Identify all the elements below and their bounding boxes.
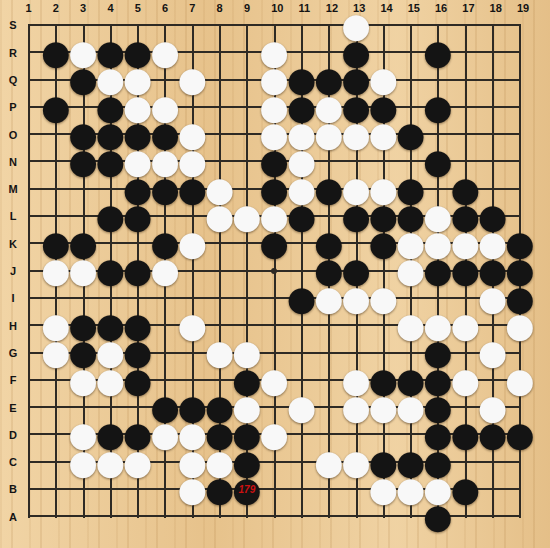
intersection-4-J[interactable]: ● xyxy=(97,257,124,284)
intersection-17-L[interactable]: ● xyxy=(452,203,479,230)
intersection-16-I[interactable] xyxy=(424,285,451,312)
intersection-13-P[interactable]: ● xyxy=(342,94,369,121)
intersection-7-E[interactable]: ● xyxy=(179,394,206,421)
intersection-3-H[interactable]: ● xyxy=(69,312,96,339)
intersection-9-Q[interactable] xyxy=(233,66,260,93)
intersection-15-M[interactable]: ● xyxy=(397,175,424,202)
intersection-13-B[interactable] xyxy=(342,476,369,503)
intersection-4-K[interactable] xyxy=(97,230,124,257)
intersection-3-I[interactable] xyxy=(69,285,96,312)
intersection-6-A[interactable] xyxy=(151,503,178,530)
intersection-5-K[interactable] xyxy=(124,230,151,257)
intersection-14-M[interactable]: ● xyxy=(370,175,397,202)
intersection-4-F[interactable]: ● xyxy=(97,367,124,394)
intersection-18-R[interactable] xyxy=(479,39,506,66)
intersection-5-L[interactable]: ● xyxy=(124,203,151,230)
intersection-9-J[interactable] xyxy=(233,257,260,284)
intersection-15-N[interactable] xyxy=(397,148,424,175)
intersection-5-Q[interactable]: ● xyxy=(124,66,151,93)
intersection-8-B[interactable]: ● xyxy=(206,476,233,503)
intersection-1-R[interactable] xyxy=(15,39,42,66)
intersection-8-D[interactable]: ● xyxy=(206,421,233,448)
intersection-3-D[interactable]: ● xyxy=(69,421,96,448)
intersection-8-I[interactable] xyxy=(206,285,233,312)
intersection-15-L[interactable]: ● xyxy=(397,203,424,230)
intersection-14-H[interactable] xyxy=(370,312,397,339)
intersection-13-K[interactable] xyxy=(342,230,369,257)
intersection-13-N[interactable] xyxy=(342,148,369,175)
intersection-14-D[interactable] xyxy=(370,421,397,448)
intersection-19-L[interactable] xyxy=(506,203,533,230)
intersection-17-G[interactable] xyxy=(452,339,479,366)
intersection-11-L[interactable]: ● xyxy=(288,203,315,230)
intersection-19-J[interactable]: ● xyxy=(506,257,533,284)
intersection-7-D[interactable]: ● xyxy=(179,421,206,448)
intersection-12-F[interactable] xyxy=(315,367,342,394)
intersection-17-R[interactable] xyxy=(452,39,479,66)
intersection-16-N[interactable]: ● xyxy=(424,148,451,175)
intersection-7-J[interactable] xyxy=(179,257,206,284)
intersection-8-L[interactable]: ● xyxy=(206,203,233,230)
intersection-4-A[interactable] xyxy=(97,503,124,530)
intersection-10-H[interactable] xyxy=(261,312,288,339)
intersection-1-C[interactable] xyxy=(15,448,42,475)
intersection-7-Q[interactable]: ● xyxy=(179,66,206,93)
intersection-18-C[interactable] xyxy=(479,448,506,475)
intersection-6-P[interactable]: ● xyxy=(151,94,178,121)
intersection-2-I[interactable] xyxy=(42,285,69,312)
intersection-16-B[interactable]: ● xyxy=(424,476,451,503)
intersection-7-L[interactable] xyxy=(179,203,206,230)
intersection-10-B[interactable] xyxy=(261,476,288,503)
intersection-1-N[interactable] xyxy=(15,148,42,175)
intersection-18-H[interactable] xyxy=(479,312,506,339)
intersection-13-L[interactable]: ● xyxy=(342,203,369,230)
intersection-6-G[interactable] xyxy=(151,339,178,366)
intersection-14-P[interactable]: ● xyxy=(370,94,397,121)
intersection-1-Q[interactable] xyxy=(15,66,42,93)
intersection-11-H[interactable] xyxy=(288,312,315,339)
intersection-19-A[interactable] xyxy=(506,503,533,530)
intersection-10-C[interactable] xyxy=(261,448,288,475)
intersection-1-F[interactable] xyxy=(15,367,42,394)
intersection-2-J[interactable]: ● xyxy=(42,257,69,284)
intersection-12-H[interactable] xyxy=(315,312,342,339)
intersection-19-N[interactable] xyxy=(506,148,533,175)
intersection-18-O[interactable] xyxy=(479,121,506,148)
intersection-11-C[interactable] xyxy=(288,448,315,475)
intersection-14-E[interactable]: ● xyxy=(370,394,397,421)
intersection-13-D[interactable] xyxy=(342,421,369,448)
intersection-2-K[interactable]: ● xyxy=(42,230,69,257)
intersection-8-N[interactable] xyxy=(206,148,233,175)
intersection-19-I[interactable]: ● xyxy=(506,285,533,312)
intersection-5-O[interactable]: ● xyxy=(124,121,151,148)
intersection-13-M[interactable]: ● xyxy=(342,175,369,202)
intersection-17-S[interactable] xyxy=(452,12,479,39)
intersection-6-L[interactable] xyxy=(151,203,178,230)
intersection-16-H[interactable]: ● xyxy=(424,312,451,339)
intersection-15-K[interactable]: ● xyxy=(397,230,424,257)
intersection-14-J[interactable] xyxy=(370,257,397,284)
intersection-9-F[interactable]: ● xyxy=(233,367,260,394)
intersection-7-O[interactable]: ● xyxy=(179,121,206,148)
intersection-19-M[interactable] xyxy=(506,175,533,202)
intersection-2-B[interactable] xyxy=(42,476,69,503)
intersection-11-S[interactable] xyxy=(288,12,315,39)
intersection-16-P[interactable]: ● xyxy=(424,94,451,121)
intersection-4-G[interactable]: ● xyxy=(97,339,124,366)
intersection-10-A[interactable] xyxy=(261,503,288,530)
intersection-17-Q[interactable] xyxy=(452,66,479,93)
intersection-13-R[interactable]: ● xyxy=(342,39,369,66)
intersection-2-N[interactable] xyxy=(42,148,69,175)
intersection-7-S[interactable] xyxy=(179,12,206,39)
intersection-18-D[interactable]: ● xyxy=(479,421,506,448)
intersection-2-P[interactable]: ● xyxy=(42,94,69,121)
intersection-12-Q[interactable]: ● xyxy=(315,66,342,93)
intersection-18-J[interactable]: ● xyxy=(479,257,506,284)
intersection-12-C[interactable]: ● xyxy=(315,448,342,475)
intersection-1-H[interactable] xyxy=(15,312,42,339)
intersection-17-K[interactable]: ● xyxy=(452,230,479,257)
intersection-12-N[interactable] xyxy=(315,148,342,175)
intersection-13-C[interactable]: ● xyxy=(342,448,369,475)
intersection-7-A[interactable] xyxy=(179,503,206,530)
intersection-2-A[interactable] xyxy=(42,503,69,530)
intersection-11-I[interactable]: ● xyxy=(288,285,315,312)
intersection-3-J[interactable]: ● xyxy=(69,257,96,284)
intersection-16-O[interactable] xyxy=(424,121,451,148)
intersection-16-G[interactable]: ● xyxy=(424,339,451,366)
intersection-17-D[interactable]: ● xyxy=(452,421,479,448)
intersection-17-N[interactable] xyxy=(452,148,479,175)
intersection-13-S[interactable]: ● xyxy=(342,12,369,39)
intersection-7-K[interactable]: ● xyxy=(179,230,206,257)
intersection-15-G[interactable] xyxy=(397,339,424,366)
intersection-14-L[interactable]: ● xyxy=(370,203,397,230)
intersection-3-O[interactable]: ● xyxy=(69,121,96,148)
intersection-13-Q[interactable]: ● xyxy=(342,66,369,93)
intersection-11-N[interactable]: ● xyxy=(288,148,315,175)
intersection-14-S[interactable] xyxy=(370,12,397,39)
intersection-11-O[interactable]: ● xyxy=(288,121,315,148)
intersection-6-O[interactable]: ● xyxy=(151,121,178,148)
intersection-1-M[interactable] xyxy=(15,175,42,202)
intersection-7-R[interactable] xyxy=(179,39,206,66)
intersection-9-A[interactable] xyxy=(233,503,260,530)
intersection-5-G[interactable]: ● xyxy=(124,339,151,366)
intersection-18-G[interactable]: ● xyxy=(479,339,506,366)
intersection-13-A[interactable] xyxy=(342,503,369,530)
intersection-14-F[interactable]: ● xyxy=(370,367,397,394)
intersection-10-Q[interactable]: ● xyxy=(261,66,288,93)
intersection-14-A[interactable] xyxy=(370,503,397,530)
intersection-12-I[interactable]: ● xyxy=(315,285,342,312)
intersection-9-G[interactable]: ● xyxy=(233,339,260,366)
intersection-6-I[interactable] xyxy=(151,285,178,312)
intersection-3-L[interactable] xyxy=(69,203,96,230)
intersection-14-B[interactable]: ● xyxy=(370,476,397,503)
intersection-8-H[interactable] xyxy=(206,312,233,339)
intersection-14-Q[interactable]: ● xyxy=(370,66,397,93)
intersection-14-G[interactable] xyxy=(370,339,397,366)
intersection-15-H[interactable]: ● xyxy=(397,312,424,339)
intersection-7-M[interactable]: ● xyxy=(179,175,206,202)
intersection-4-C[interactable]: ● xyxy=(97,448,124,475)
intersection-1-P[interactable] xyxy=(15,94,42,121)
intersection-10-O[interactable]: ● xyxy=(261,121,288,148)
intersection-17-E[interactable] xyxy=(452,394,479,421)
intersection-5-H[interactable]: ● xyxy=(124,312,151,339)
intersection-3-P[interactable] xyxy=(69,94,96,121)
intersection-11-M[interactable]: ● xyxy=(288,175,315,202)
intersection-12-P[interactable]: ● xyxy=(315,94,342,121)
intersection-19-H[interactable]: ● xyxy=(506,312,533,339)
intersection-6-B[interactable] xyxy=(151,476,178,503)
intersection-18-Q[interactable] xyxy=(479,66,506,93)
intersection-6-R[interactable]: ● xyxy=(151,39,178,66)
intersection-14-C[interactable]: ● xyxy=(370,448,397,475)
intersection-15-R[interactable] xyxy=(397,39,424,66)
intersection-7-H[interactable]: ● xyxy=(179,312,206,339)
intersection-2-G[interactable]: ● xyxy=(42,339,69,366)
intersection-8-F[interactable] xyxy=(206,367,233,394)
intersection-10-M[interactable]: ● xyxy=(261,175,288,202)
intersection-5-N[interactable]: ● xyxy=(124,148,151,175)
intersection-16-Q[interactable] xyxy=(424,66,451,93)
intersection-1-B[interactable] xyxy=(15,476,42,503)
intersection-16-C[interactable]: ● xyxy=(424,448,451,475)
intersection-5-P[interactable]: ● xyxy=(124,94,151,121)
intersection-15-I[interactable] xyxy=(397,285,424,312)
intersection-19-R[interactable] xyxy=(506,39,533,66)
intersection-5-D[interactable]: ● xyxy=(124,421,151,448)
intersection-15-D[interactable] xyxy=(397,421,424,448)
intersection-6-Q[interactable] xyxy=(151,66,178,93)
intersection-9-H[interactable] xyxy=(233,312,260,339)
intersection-16-S[interactable] xyxy=(424,12,451,39)
intersection-5-I[interactable] xyxy=(124,285,151,312)
intersection-17-B[interactable]: ● xyxy=(452,476,479,503)
intersection-4-D[interactable]: ● xyxy=(97,421,124,448)
intersection-10-J[interactable] xyxy=(261,257,288,284)
intersection-9-M[interactable] xyxy=(233,175,260,202)
intersection-2-S[interactable] xyxy=(42,12,69,39)
intersection-9-O[interactable] xyxy=(233,121,260,148)
intersection-5-E[interactable] xyxy=(124,394,151,421)
intersection-6-S[interactable] xyxy=(151,12,178,39)
intersection-11-E[interactable]: ● xyxy=(288,394,315,421)
intersection-9-L[interactable]: ● xyxy=(233,203,260,230)
intersection-19-P[interactable] xyxy=(506,94,533,121)
intersection-14-O[interactable]: ● xyxy=(370,121,397,148)
intersection-4-I[interactable] xyxy=(97,285,124,312)
intersection-13-G[interactable] xyxy=(342,339,369,366)
intersection-1-O[interactable] xyxy=(15,121,42,148)
intersection-5-S[interactable] xyxy=(124,12,151,39)
intersection-1-K[interactable] xyxy=(15,230,42,257)
intersection-1-D[interactable] xyxy=(15,421,42,448)
intersection-8-M[interactable]: ● xyxy=(206,175,233,202)
intersection-11-J[interactable] xyxy=(288,257,315,284)
intersection-16-A[interactable]: ● xyxy=(424,503,451,530)
intersection-15-P[interactable] xyxy=(397,94,424,121)
intersection-2-L[interactable] xyxy=(42,203,69,230)
intersection-15-O[interactable]: ● xyxy=(397,121,424,148)
intersection-17-A[interactable] xyxy=(452,503,479,530)
intersection-13-J[interactable]: ● xyxy=(342,257,369,284)
intersection-6-E[interactable]: ● xyxy=(151,394,178,421)
intersection-2-H[interactable]: ● xyxy=(42,312,69,339)
intersection-13-O[interactable]: ● xyxy=(342,121,369,148)
intersection-16-F[interactable]: ● xyxy=(424,367,451,394)
intersection-10-K[interactable]: ● xyxy=(261,230,288,257)
intersection-4-S[interactable] xyxy=(97,12,124,39)
intersection-11-Q[interactable]: ● xyxy=(288,66,315,93)
intersection-8-S[interactable] xyxy=(206,12,233,39)
intersection-17-H[interactable]: ● xyxy=(452,312,479,339)
intersection-3-S[interactable] xyxy=(69,12,96,39)
intersection-9-N[interactable] xyxy=(233,148,260,175)
intersection-7-C[interactable]: ● xyxy=(179,448,206,475)
intersection-6-J[interactable]: ● xyxy=(151,257,178,284)
intersection-13-F[interactable]: ● xyxy=(342,367,369,394)
intersection-19-D[interactable]: ● xyxy=(506,421,533,448)
intersection-12-D[interactable] xyxy=(315,421,342,448)
intersection-3-B[interactable] xyxy=(69,476,96,503)
intersection-18-N[interactable] xyxy=(479,148,506,175)
intersection-3-G[interactable]: ● xyxy=(69,339,96,366)
intersection-1-L[interactable] xyxy=(15,203,42,230)
intersection-11-K[interactable] xyxy=(288,230,315,257)
intersection-5-F[interactable]: ● xyxy=(124,367,151,394)
intersection-19-B[interactable] xyxy=(506,476,533,503)
intersection-12-K[interactable]: ● xyxy=(315,230,342,257)
intersection-4-Q[interactable]: ● xyxy=(97,66,124,93)
intersection-12-G[interactable] xyxy=(315,339,342,366)
intersection-3-C[interactable]: ● xyxy=(69,448,96,475)
intersection-19-S[interactable] xyxy=(506,12,533,39)
intersection-8-C[interactable]: ● xyxy=(206,448,233,475)
intersection-14-N[interactable] xyxy=(370,148,397,175)
intersection-5-B[interactable] xyxy=(124,476,151,503)
intersection-7-G[interactable] xyxy=(179,339,206,366)
intersection-19-F[interactable]: ● xyxy=(506,367,533,394)
intersection-15-E[interactable]: ● xyxy=(397,394,424,421)
intersection-9-S[interactable] xyxy=(233,12,260,39)
intersection-6-K[interactable]: ● xyxy=(151,230,178,257)
intersection-8-J[interactable] xyxy=(206,257,233,284)
intersection-9-K[interactable] xyxy=(233,230,260,257)
intersection-12-S[interactable] xyxy=(315,12,342,39)
intersection-2-Q[interactable] xyxy=(42,66,69,93)
intersection-10-I[interactable] xyxy=(261,285,288,312)
intersection-1-A[interactable] xyxy=(15,503,42,530)
intersection-10-G[interactable] xyxy=(261,339,288,366)
intersection-7-F[interactable] xyxy=(179,367,206,394)
intersection-17-I[interactable] xyxy=(452,285,479,312)
intersection-11-A[interactable] xyxy=(288,503,315,530)
intersection-4-B[interactable] xyxy=(97,476,124,503)
intersection-16-J[interactable]: ● xyxy=(424,257,451,284)
intersection-17-C[interactable] xyxy=(452,448,479,475)
intersection-1-G[interactable] xyxy=(15,339,42,366)
intersection-16-L[interactable]: ● xyxy=(424,203,451,230)
intersection-3-F[interactable]: ● xyxy=(69,367,96,394)
intersection-3-N[interactable]: ● xyxy=(69,148,96,175)
intersection-14-K[interactable]: ● xyxy=(370,230,397,257)
intersection-3-R[interactable]: ● xyxy=(69,39,96,66)
intersection-10-N[interactable]: ● xyxy=(261,148,288,175)
intersection-14-I[interactable]: ● xyxy=(370,285,397,312)
intersection-1-E[interactable] xyxy=(15,394,42,421)
intersection-18-S[interactable] xyxy=(479,12,506,39)
intersection-15-J[interactable]: ● xyxy=(397,257,424,284)
intersection-19-K[interactable]: ● xyxy=(506,230,533,257)
intersection-16-M[interactable] xyxy=(424,175,451,202)
intersection-12-O[interactable]: ● xyxy=(315,121,342,148)
intersection-16-K[interactable]: ● xyxy=(424,230,451,257)
intersection-18-K[interactable]: ● xyxy=(479,230,506,257)
intersection-8-P[interactable] xyxy=(206,94,233,121)
intersection-17-J[interactable]: ● xyxy=(452,257,479,284)
intersection-15-S[interactable] xyxy=(397,12,424,39)
intersection-10-D[interactable]: ● xyxy=(261,421,288,448)
intersection-7-I[interactable] xyxy=(179,285,206,312)
intersection-15-Q[interactable] xyxy=(397,66,424,93)
intersection-17-F[interactable]: ● xyxy=(452,367,479,394)
intersection-12-L[interactable] xyxy=(315,203,342,230)
intersection-5-R[interactable]: ● xyxy=(124,39,151,66)
intersection-9-P[interactable] xyxy=(233,94,260,121)
intersection-11-G[interactable] xyxy=(288,339,315,366)
intersection-3-K[interactable]: ● xyxy=(69,230,96,257)
intersection-3-A[interactable] xyxy=(69,503,96,530)
intersection-1-I[interactable] xyxy=(15,285,42,312)
intersection-18-F[interactable] xyxy=(479,367,506,394)
intersection-19-G[interactable] xyxy=(506,339,533,366)
intersection-9-D[interactable]: ● xyxy=(233,421,260,448)
go-board[interactable]: ●●●●●●●●●●●●●●●●●●●●●●●●●●●●●●●●●●●●●●●●… xyxy=(15,12,534,531)
intersection-10-F[interactable]: ● xyxy=(261,367,288,394)
intersection-4-H[interactable]: ● xyxy=(97,312,124,339)
intersection-6-H[interactable] xyxy=(151,312,178,339)
intersection-10-S[interactable] xyxy=(261,12,288,39)
intersection-8-O[interactable] xyxy=(206,121,233,148)
intersection-15-B[interactable]: ● xyxy=(397,476,424,503)
intersection-11-B[interactable] xyxy=(288,476,315,503)
intersection-4-O[interactable]: ● xyxy=(97,121,124,148)
intersection-12-R[interactable] xyxy=(315,39,342,66)
intersection-5-M[interactable]: ● xyxy=(124,175,151,202)
intersection-11-D[interactable] xyxy=(288,421,315,448)
intersection-2-C[interactable] xyxy=(42,448,69,475)
intersection-9-B[interactable]: ●179 xyxy=(233,476,260,503)
intersection-19-Q[interactable] xyxy=(506,66,533,93)
intersection-2-E[interactable] xyxy=(42,394,69,421)
intersection-13-E[interactable]: ● xyxy=(342,394,369,421)
intersection-4-L[interactable]: ● xyxy=(97,203,124,230)
intersection-12-M[interactable]: ● xyxy=(315,175,342,202)
intersection-5-C[interactable]: ● xyxy=(124,448,151,475)
intersection-9-R[interactable] xyxy=(233,39,260,66)
intersection-4-M[interactable] xyxy=(97,175,124,202)
intersection-10-E[interactable] xyxy=(261,394,288,421)
intersection-11-F[interactable] xyxy=(288,367,315,394)
intersection-5-A[interactable] xyxy=(124,503,151,530)
intersection-13-H[interactable] xyxy=(342,312,369,339)
